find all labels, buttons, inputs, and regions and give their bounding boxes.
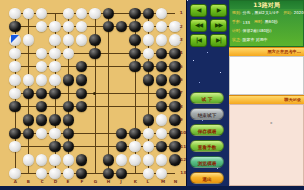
white-stone [143,154,155,166]
white-stone [36,154,48,166]
white-stone [49,154,61,166]
black-stone [129,61,141,73]
column-label: H [107,180,111,184]
white-stone [116,154,128,166]
black-stone [89,48,101,60]
last-move-marker-icon [11,35,19,43]
clock-value: 保留2遍(480秒) [243,29,272,35]
black-stone [129,8,141,20]
white-stone [143,168,155,180]
info-row-clock: 计时: 保留2遍(480秒) [230,29,304,35]
black-stone [23,114,35,126]
black-stone [63,128,75,140]
rule-value: 分先，黑贴2又1/4子 [243,11,280,17]
white-stone [143,34,155,46]
black-stone [49,88,61,100]
status-label: 状态: [232,38,241,44]
replay-nav-buttons: ◀ ▶ ◀◀ ▶▶ |◀ ▶| [190,4,227,47]
black-stone [169,154,181,166]
black-stone [129,21,141,33]
white-stone [9,88,21,100]
chat-header-text: 聊天记录 [284,97,301,103]
black-stone [169,141,181,153]
info-row-status: 状态: 陈家齐 对局中 [230,38,304,44]
go-board[interactable]: ABCDEFGHJKLMN12345678910111213 [0,0,186,186]
white-stone [63,154,75,166]
rule-label: 规则: [232,11,241,17]
row-label: 11 [180,145,186,149]
black-stone [89,34,101,46]
end-try-button[interactable]: 结束试下 [190,108,224,120]
white-stone [63,8,75,20]
step-back-button[interactable]: ◀ [190,4,207,17]
column-label: F [80,180,83,184]
column-label: E [67,180,70,184]
white-stone [76,34,88,46]
black-stone [103,154,115,166]
jump-start-button[interactable]: |◀ [190,34,207,47]
fast-back-button[interactable]: ◀◀ [190,19,207,32]
column-label: A [14,180,17,184]
white-stone [156,168,168,180]
white-stone [9,61,21,73]
black-stone [156,74,168,86]
column-label: J [120,180,122,184]
white-stone [49,74,61,86]
row-label: 10 [180,131,186,135]
row-label: 2 [179,25,182,29]
row-label: 7 [179,91,182,95]
jump-end-button[interactable]: ▶| [210,34,227,47]
go-app-window: { "game": "go", "board": { "size": 13, "… [0,0,304,190]
black-stone [103,168,115,180]
black-stone [143,74,155,86]
row-label: 8 [179,105,182,109]
white-stone [89,8,101,20]
time-value: 黑60秒 [265,20,278,26]
white-stone [156,34,168,46]
white-stone [36,168,48,180]
result-area [229,56,304,95]
white-stone [63,34,75,46]
black-stone [9,128,21,140]
browse-record-button[interactable]: 浏览棋谱 [190,156,224,168]
white-stone [129,154,141,166]
black-stone [36,114,48,126]
white-stone [23,34,35,46]
moves-value: 133 [243,20,251,25]
column-label: C [40,180,43,184]
white-stone [143,48,155,60]
fast-forward-button[interactable]: ▶▶ [210,19,227,32]
black-stone [129,48,141,60]
clock-label: 计时: [232,29,241,35]
start-label: 开始: [283,11,292,17]
white-stone [9,168,21,180]
status-value: 陈家齐 对局中 [243,38,268,44]
black-stone [76,74,88,86]
black-stone [9,101,21,113]
row-label: 9 [179,118,182,122]
black-stone [49,141,61,153]
column-label: K [134,180,137,184]
notice-text: 黑方正在思考中… [267,49,301,55]
black-stone [116,168,128,180]
side-panel: ◀ ▶ ◀◀ ▶▶ |◀ ▶| 13路对局 规则: 分先，黑贴2又1/4子 开始… [186,0,304,186]
white-stone [49,128,61,140]
info-row-rule: 规则: 分先，黑贴2又1/4子 开始: 2020年 [230,11,304,17]
chat-cursor-icon: ▸ [270,120,272,125]
game-info-box: 13路对局 规则: 分先，黑贴2又1/4子 开始: 2020年 手数: 133 … [229,0,304,47]
white-stone [63,168,75,180]
view-moves-button[interactable]: 查看手数 [190,140,224,152]
game-title: 13路对局 [230,1,303,9]
column-label: B [27,180,30,184]
column-label: G [94,180,97,184]
info-row-moves: 手数: 133 用时: 黑60秒 [230,20,304,26]
row-label: 5 [179,65,182,69]
white-stone [9,141,21,153]
chat-area[interactable]: ▸ [229,104,304,186]
black-stone [143,114,155,126]
black-stone [169,128,181,140]
white-stone [23,74,35,86]
white-stone [49,34,61,46]
black-stone [49,114,61,126]
black-stone [23,128,35,140]
column-label: N [174,180,178,184]
notice-bar: 黑方正在思考中… [229,47,304,56]
black-stone [63,114,75,126]
chat-header-bar: 聊天记录 [229,95,304,104]
white-stone [143,128,155,140]
black-stone [23,88,35,100]
start-value: 2020年 [294,11,304,17]
row-label: 13 [180,171,186,175]
row-label: 3 [179,38,182,42]
white-stone [156,154,168,166]
step-forward-button[interactable]: ▶ [210,4,227,17]
black-stone [9,21,21,33]
black-stone [103,8,115,20]
white-stone [9,48,21,60]
white-stone [23,154,35,166]
time-label: 用时: [254,20,263,26]
white-stone [156,114,168,126]
column-label: D [54,180,57,184]
white-stone [49,61,61,73]
black-stone [63,74,75,86]
row-label: 12 [180,158,186,162]
white-stone [23,8,35,20]
row-label: 6 [179,78,182,82]
save-record-button[interactable]: 保存棋谱 [190,124,224,136]
row-label: 4 [179,51,182,55]
column-label: M [161,180,165,184]
try-move-button[interactable]: 试 下 [190,92,224,104]
white-stone [129,141,141,153]
white-stone [49,168,61,180]
white-stone [63,48,75,60]
exit-button[interactable]: 退出 [190,172,224,184]
row-label: 1 [179,11,182,15]
white-stone [49,21,61,33]
black-stone [129,128,141,140]
white-stone [36,74,48,86]
starfield-decoration [187,0,188,1]
black-stone [76,154,88,166]
window-bottom-edge [0,186,304,190]
black-stone [76,168,88,180]
black-stone [143,8,155,20]
white-stone [49,48,61,60]
column-label: L [147,180,150,184]
moves-label: 手数: [232,20,241,26]
white-stone [9,8,21,20]
black-stone [129,34,141,46]
white-stone [9,74,21,86]
